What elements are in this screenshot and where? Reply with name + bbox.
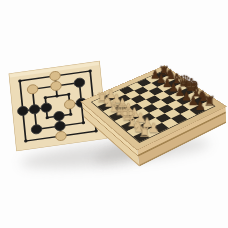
chess-box-scene: ♜♟♟♜♞♟♟♞♝♟♟♝♛♟♟♛♚♟♟♚♝♟♟♝♞♟♟♞♜♟♟♜ — [0, 0, 228, 228]
chess-board-face: ♜♟♟♜♞♟♟♞♝♟♟♝♛♟♟♛♚♟♟♚♝♟♟♝♞♟♟♞♜♟♟♜ — [82, 66, 226, 150]
chess-box: ♜♟♟♜♞♟♟♞♝♟♟♝♛♟♟♛♚♟♟♚♝♟♟♝♞♟♟♞♜♟♟♜ — [82, 66, 226, 150]
black-rook: ♜ — [204, 95, 215, 108]
black-rook: ♜ — [159, 65, 169, 77]
product-photo: ♜♟♟♜♞♟♟♞♝♟♟♝♛♟♟♛♚♟♟♚♝♟♟♝♞♟♟♞♜♟♟♜ — [0, 0, 228, 228]
